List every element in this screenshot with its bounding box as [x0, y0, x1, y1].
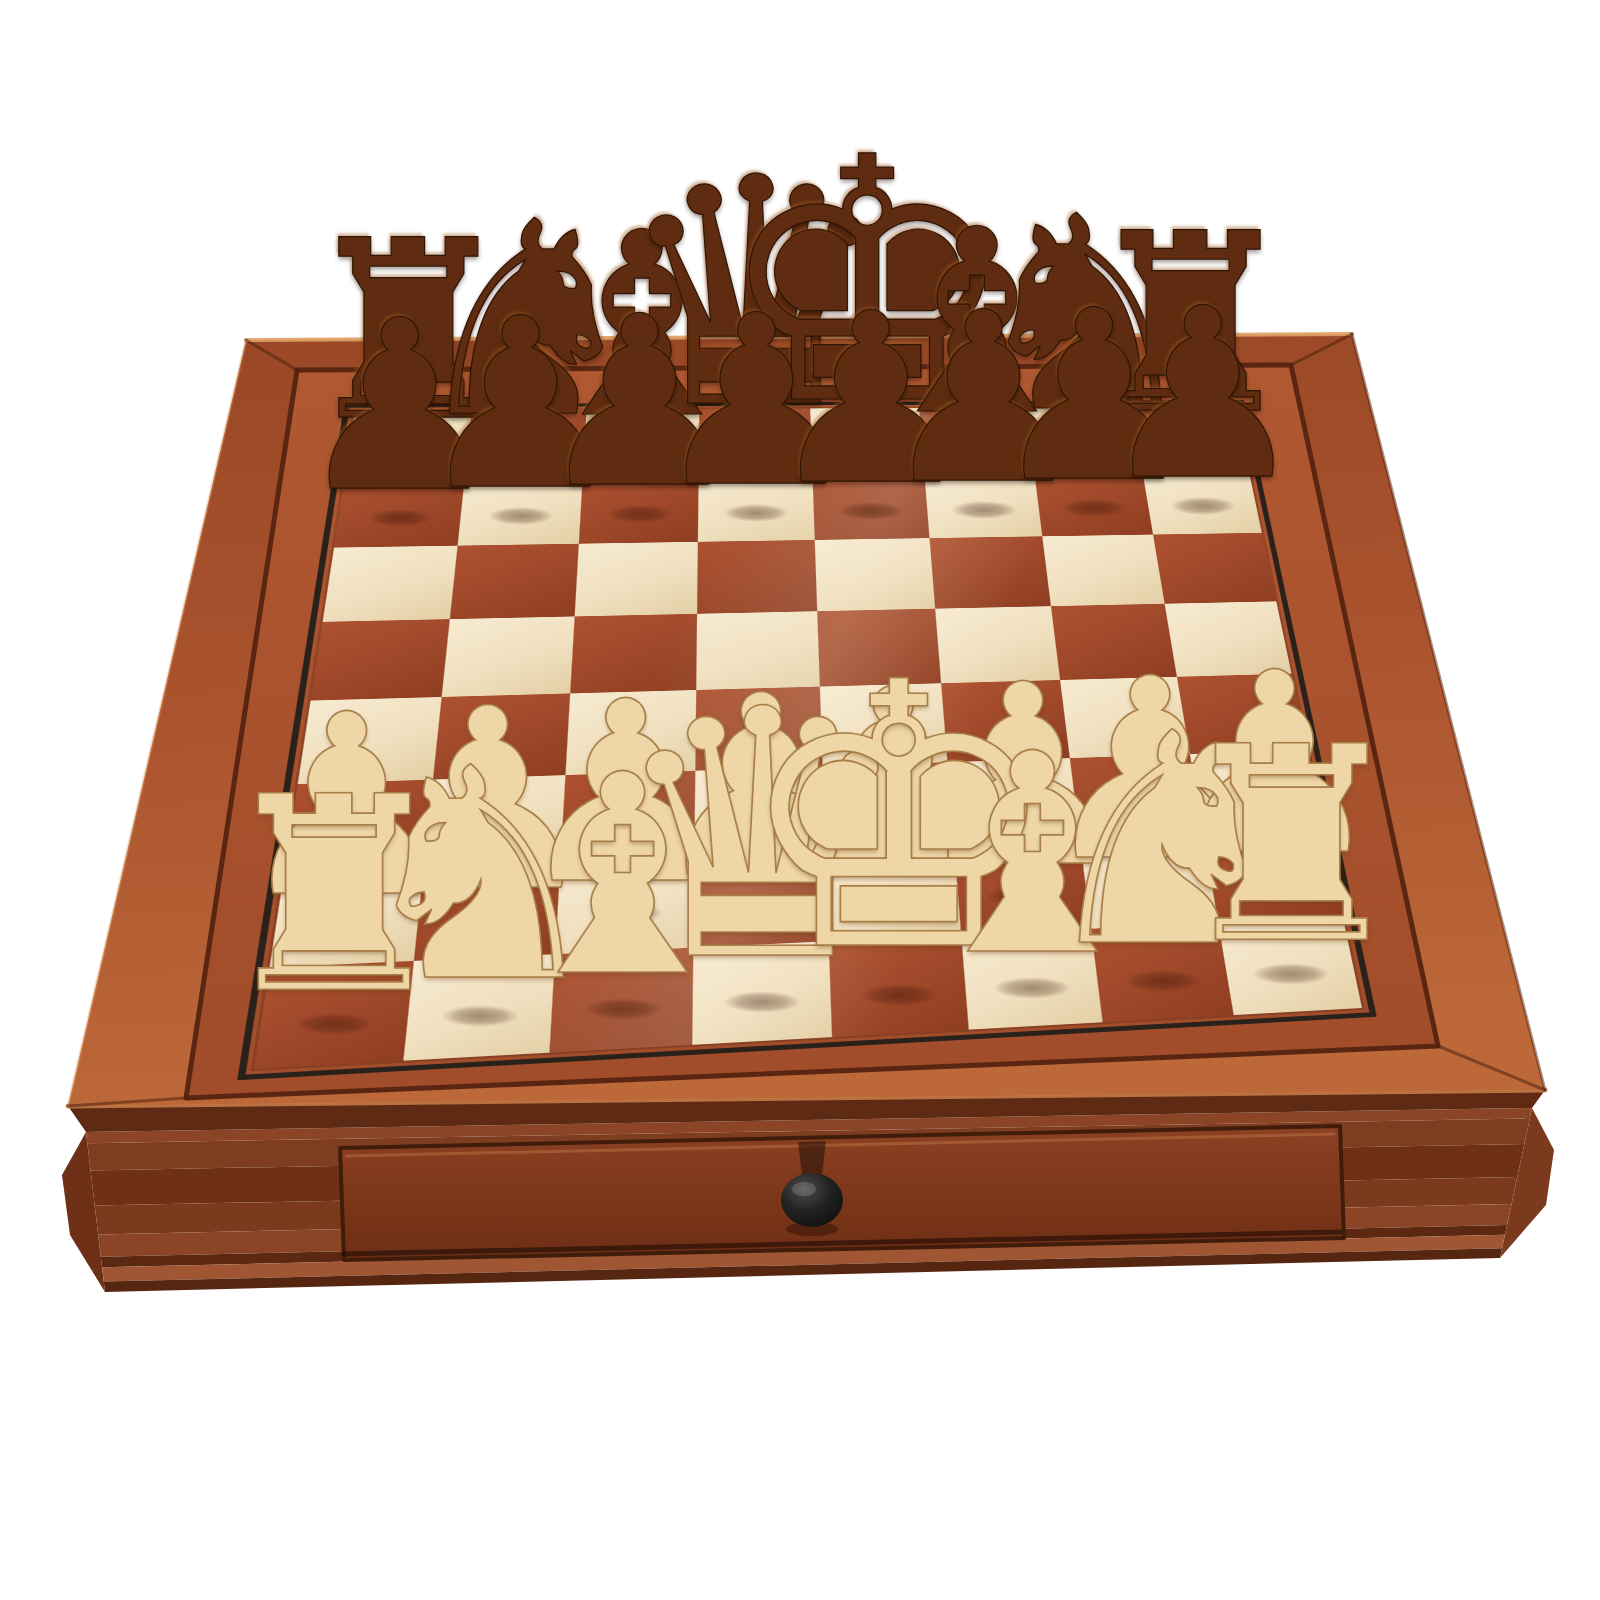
- square-h6[interactable]: [1153, 533, 1276, 604]
- square-e6[interactable]: [815, 538, 935, 611]
- drawer: [340, 1126, 1344, 1260]
- drawer-knob-ball[interactable]: [781, 1173, 843, 1227]
- knob-stem: [798, 1141, 826, 1175]
- square-a6[interactable]: [323, 546, 458, 622]
- square-d6[interactable]: [697, 540, 817, 614]
- square-f6[interactable]: [930, 536, 1051, 608]
- knob-highlight: [792, 1182, 816, 1196]
- piece-white-rook-h1[interactable]: ♜: [1171, 711, 1412, 980]
- square-g6[interactable]: [1042, 535, 1164, 607]
- square-c6[interactable]: [575, 542, 698, 617]
- product-photo: ♜♞♝♛♚♝♞♜♟♟♟♟♟♟♟♟♟♟♟♟♟♟♟♟♜♞♝♛♚♝♞♜: [0, 0, 1600, 1600]
- piece-black-pawn-h7[interactable]: ♟: [1097, 277, 1308, 512]
- square-b6[interactable]: [450, 544, 579, 619]
